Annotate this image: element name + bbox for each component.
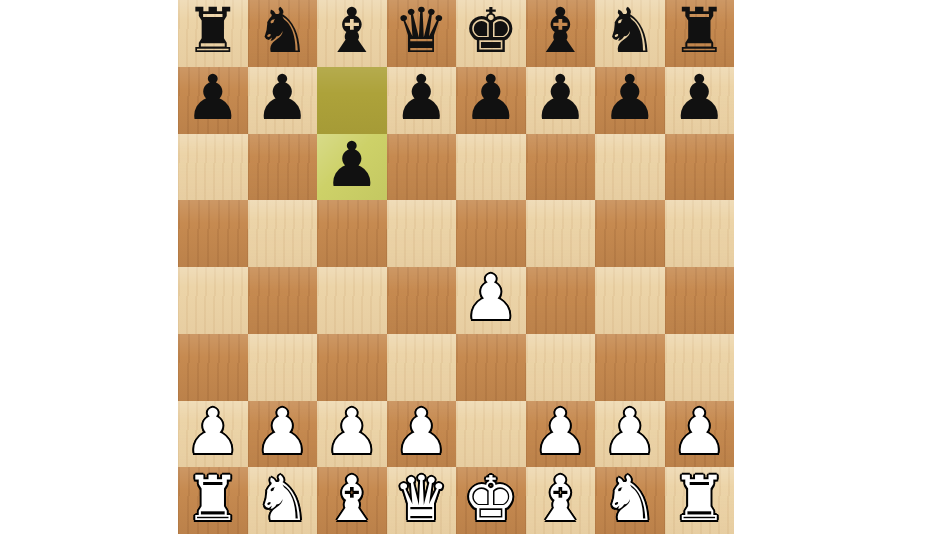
square-h8[interactable]: ♜ <box>665 0 735 67</box>
square-g2[interactable]: ♟ <box>595 401 665 468</box>
square-g5[interactable] <box>595 200 665 267</box>
black-rook: ♜ <box>185 0 241 62</box>
white-pawn: ♟ <box>602 401 658 463</box>
square-g1[interactable]: ♞ <box>595 467 665 534</box>
square-e6[interactable] <box>456 134 526 201</box>
square-h2[interactable]: ♟ <box>665 401 735 468</box>
square-h6[interactable] <box>665 134 735 201</box>
white-pawn: ♟ <box>671 401 727 463</box>
square-b1[interactable]: ♞ <box>248 467 318 534</box>
square-a3[interactable] <box>178 334 248 401</box>
white-rook: ♜ <box>671 468 727 530</box>
square-b8[interactable]: ♞ <box>248 0 318 67</box>
white-pawn: ♟ <box>185 401 241 463</box>
white-rook: ♜ <box>185 468 241 530</box>
square-d2[interactable]: ♟ <box>387 401 457 468</box>
square-c8[interactable]: ♝ <box>317 0 387 67</box>
square-d7[interactable]: ♟ <box>387 67 457 134</box>
square-b5[interactable] <box>248 200 318 267</box>
white-queen: ♛ <box>393 468 449 530</box>
black-pawn: ♟ <box>671 67 727 129</box>
square-c7[interactable] <box>317 67 387 134</box>
square-a5[interactable] <box>178 200 248 267</box>
square-a1[interactable]: ♜ <box>178 467 248 534</box>
black-king: ♚ <box>463 0 519 62</box>
square-a6[interactable] <box>178 134 248 201</box>
square-b2[interactable]: ♟ <box>248 401 318 468</box>
black-knight: ♞ <box>254 0 310 62</box>
square-f3[interactable] <box>526 334 596 401</box>
square-d6[interactable] <box>387 134 457 201</box>
black-queen: ♛ <box>393 0 449 62</box>
black-knight: ♞ <box>602 0 658 62</box>
black-pawn: ♟ <box>185 67 241 129</box>
square-c2[interactable]: ♟ <box>317 401 387 468</box>
square-a4[interactable] <box>178 267 248 334</box>
black-pawn: ♟ <box>463 67 519 129</box>
square-h1[interactable]: ♜ <box>665 467 735 534</box>
square-f8[interactable]: ♝ <box>526 0 596 67</box>
white-pawn: ♟ <box>254 401 310 463</box>
square-c3[interactable] <box>317 334 387 401</box>
white-pawn: ♟ <box>463 267 519 329</box>
square-b6[interactable] <box>248 134 318 201</box>
white-bishop: ♝ <box>324 468 380 530</box>
square-c5[interactable] <box>317 200 387 267</box>
square-g3[interactable] <box>595 334 665 401</box>
white-pawn: ♟ <box>324 401 380 463</box>
black-bishop: ♝ <box>324 0 380 62</box>
square-a8[interactable]: ♜ <box>178 0 248 67</box>
black-rook: ♜ <box>671 0 727 62</box>
square-d1[interactable]: ♛ <box>387 467 457 534</box>
square-b7[interactable]: ♟ <box>248 67 318 134</box>
square-d8[interactable]: ♛ <box>387 0 457 67</box>
square-d4[interactable] <box>387 267 457 334</box>
square-g4[interactable] <box>595 267 665 334</box>
white-king: ♚ <box>463 468 519 530</box>
page-background: ♜♞♝♛♚♝♞♜♟♟♟♟♟♟♟♟♟♟♟♟♟♟♟♟♜♞♝♛♚♝♞♜ <box>0 0 950 534</box>
square-g6[interactable] <box>595 134 665 201</box>
square-a2[interactable]: ♟ <box>178 401 248 468</box>
black-pawn: ♟ <box>393 67 449 129</box>
square-d5[interactable] <box>387 200 457 267</box>
black-pawn: ♟ <box>324 134 380 196</box>
white-knight: ♞ <box>602 468 658 530</box>
square-e7[interactable]: ♟ <box>456 67 526 134</box>
white-pawn: ♟ <box>532 401 588 463</box>
square-f2[interactable]: ♟ <box>526 401 596 468</box>
square-e5[interactable] <box>456 200 526 267</box>
white-knight: ♞ <box>254 468 310 530</box>
black-pawn: ♟ <box>602 67 658 129</box>
chess-board: ♜♞♝♛♚♝♞♜♟♟♟♟♟♟♟♟♟♟♟♟♟♟♟♟♜♞♝♛♚♝♞♜ <box>178 0 734 534</box>
square-f4[interactable] <box>526 267 596 334</box>
square-d3[interactable] <box>387 334 457 401</box>
square-c1[interactable]: ♝ <box>317 467 387 534</box>
square-h4[interactable] <box>665 267 735 334</box>
square-e2[interactable] <box>456 401 526 468</box>
square-b3[interactable] <box>248 334 318 401</box>
square-e4[interactable]: ♟ <box>456 267 526 334</box>
square-e3[interactable] <box>456 334 526 401</box>
square-h3[interactable] <box>665 334 735 401</box>
square-f6[interactable] <box>526 134 596 201</box>
square-c4[interactable] <box>317 267 387 334</box>
white-pawn: ♟ <box>393 401 449 463</box>
square-f7[interactable]: ♟ <box>526 67 596 134</box>
square-g8[interactable]: ♞ <box>595 0 665 67</box>
black-pawn: ♟ <box>532 67 588 129</box>
square-e8[interactable]: ♚ <box>456 0 526 67</box>
square-a7[interactable]: ♟ <box>178 67 248 134</box>
square-h7[interactable]: ♟ <box>665 67 735 134</box>
square-b4[interactable] <box>248 267 318 334</box>
black-bishop: ♝ <box>532 0 588 62</box>
square-g7[interactable]: ♟ <box>595 67 665 134</box>
white-bishop: ♝ <box>532 468 588 530</box>
square-f1[interactable]: ♝ <box>526 467 596 534</box>
square-h5[interactable] <box>665 200 735 267</box>
square-e1[interactable]: ♚ <box>456 467 526 534</box>
square-f5[interactable] <box>526 200 596 267</box>
black-pawn: ♟ <box>254 67 310 129</box>
square-c6[interactable]: ♟ <box>317 134 387 201</box>
